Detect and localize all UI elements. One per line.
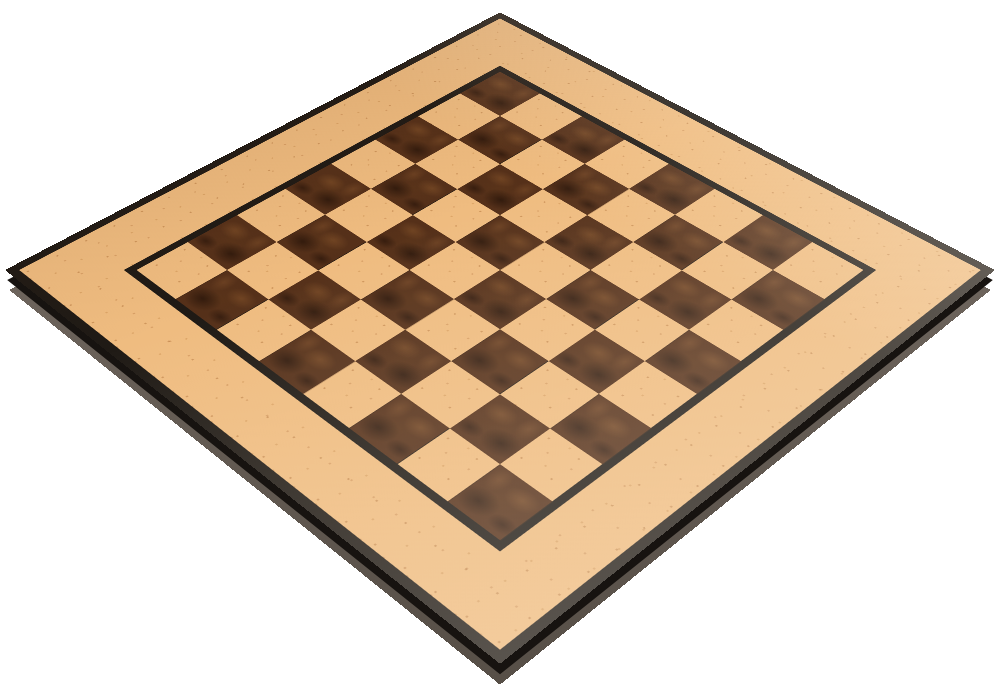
photo-stage — [0, 0, 1000, 693]
chess-board — [5, 12, 995, 663]
